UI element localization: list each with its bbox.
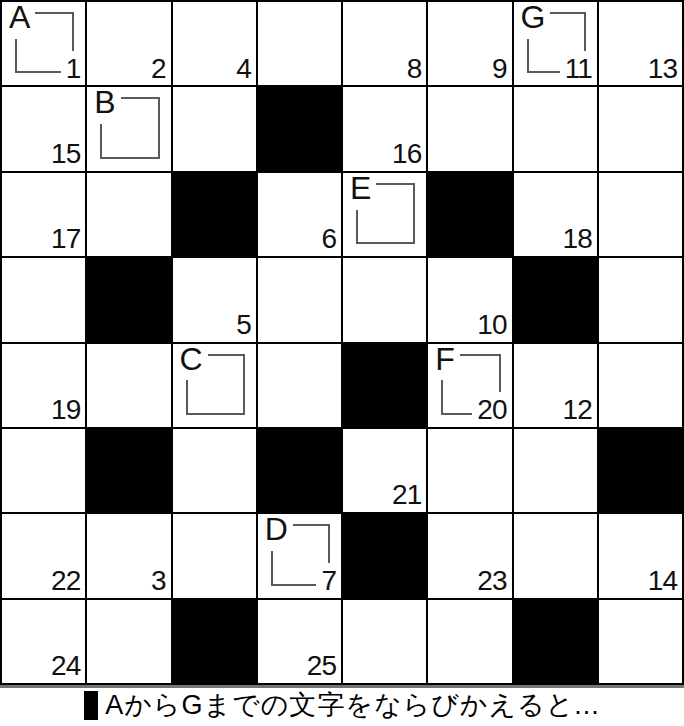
grid-cell-r7c4[interactable]: D7 [258, 514, 341, 597]
grid-cell-r2c2[interactable]: B [87, 87, 170, 170]
grid-cell-r1c4[interactable] [258, 2, 341, 85]
clue-number-22: 22 [51, 566, 80, 597]
black-cell-r7c5 [343, 514, 426, 597]
clue-number-5: 5 [236, 310, 251, 341]
grid-cell-r1c8[interactable]: 13 [599, 2, 682, 85]
grid-cell-r2c6[interactable] [428, 87, 511, 170]
grid-cell-r7c2[interactable]: 3 [87, 514, 170, 597]
clue-number-12: 12 [563, 395, 592, 426]
grid-cell-r8c5[interactable] [343, 600, 426, 683]
grid-cell-r6c3[interactable] [173, 429, 256, 512]
grid-cell-r1c7[interactable]: G11 [514, 2, 597, 85]
crossword-board: A12489G111315B16176E1851019CF201221223D7… [0, 0, 684, 688]
grid-cell-r5c8[interactable] [599, 344, 682, 427]
clue-number-14: 14 [648, 566, 677, 597]
black-cell-r3c3 [173, 173, 256, 256]
clue-number-20: 20 [472, 392, 506, 426]
grid-cell-r2c3[interactable] [173, 87, 256, 170]
grid-cell-r6c1[interactable] [2, 429, 85, 512]
black-cell-r4c2 [87, 258, 170, 341]
clue-number-8: 8 [407, 54, 422, 85]
clue-number-7: 7 [316, 563, 336, 597]
grid-cell-r6c7[interactable] [514, 429, 597, 512]
clue-number-6: 6 [321, 224, 336, 255]
grid-cell-r6c6[interactable] [428, 429, 511, 512]
clue-number-15: 15 [51, 139, 80, 170]
answer-letter-A: A [9, 2, 35, 39]
grid-cell-r2c5[interactable]: 16 [343, 87, 426, 170]
grid-cell-r7c6[interactable]: 23 [428, 514, 511, 597]
grid-cell-r1c5[interactable]: 8 [343, 2, 426, 85]
black-cell-r3c6 [428, 173, 511, 256]
clue-number-24: 24 [51, 651, 80, 682]
clue-number-19: 19 [51, 395, 80, 426]
grid-cell-r2c1[interactable]: 15 [2, 87, 85, 170]
grid-cell-r3c1[interactable]: 17 [2, 173, 85, 256]
grid-cell-r1c3[interactable]: 4 [173, 2, 256, 85]
grid-cell-r7c7[interactable] [514, 514, 597, 597]
grid-cell-r3c8[interactable] [599, 173, 682, 256]
clue-number-13: 13 [648, 54, 677, 85]
answer-letter-D: D [265, 514, 293, 551]
grid-cell-r3c5[interactable]: E [343, 173, 426, 256]
grid-cell-r4c5[interactable] [343, 258, 426, 341]
answer-letter-C: C [180, 344, 208, 381]
answer-letter-G: G [521, 2, 551, 39]
footer-hint-text: AからGまでの文字をならびかえると... [105, 692, 600, 719]
clue-number-9: 9 [492, 54, 507, 85]
grid-cell-r8c6[interactable] [428, 600, 511, 683]
answer-letter-E: E [350, 173, 376, 210]
black-cell-r8c3 [173, 600, 256, 683]
grid-cell-r6c5[interactable]: 21 [343, 429, 426, 512]
black-cell-r6c8 [599, 429, 682, 512]
grid-cell-r1c2[interactable]: 2 [87, 2, 170, 85]
grid-cell-r8c4[interactable]: 25 [258, 600, 341, 683]
grid-cell-r5c4[interactable] [258, 344, 341, 427]
answer-letter-F: F [435, 344, 460, 381]
grid-cell-r5c3[interactable]: C [173, 344, 256, 427]
grid-cell-r7c1[interactable]: 22 [2, 514, 85, 597]
grid-cell-r4c8[interactable] [599, 258, 682, 341]
grid-cell-r5c2[interactable] [87, 344, 170, 427]
grid-cell-r8c1[interactable]: 24 [2, 600, 85, 683]
clue-number-10: 10 [477, 310, 506, 341]
black-cell-r2c4 [258, 87, 341, 170]
clue-number-16: 16 [392, 139, 421, 170]
grid-cell-r3c2[interactable] [87, 173, 170, 256]
grid-cell-r4c4[interactable] [258, 258, 341, 341]
bullet-rectangle-icon [84, 691, 98, 720]
grid-cell-r5c6[interactable]: F20 [428, 344, 511, 427]
clue-number-18: 18 [563, 224, 592, 255]
black-cell-r8c7 [514, 600, 597, 683]
grid-cell-r1c1[interactable]: A1 [2, 2, 85, 85]
grid-cell-r4c3[interactable]: 5 [173, 258, 256, 341]
crossword-page: A12489G111315B16176E1851019CF201221223D7… [0, 0, 684, 726]
grid-cell-r5c7[interactable]: 12 [514, 344, 597, 427]
clue-number-2: 2 [151, 54, 166, 85]
answer-letter-B: B [94, 87, 120, 124]
clue-number-11: 11 [560, 51, 592, 85]
grid-cell-r8c2[interactable] [87, 600, 170, 683]
grid-cell-r7c8[interactable]: 14 [599, 514, 682, 597]
clue-number-21: 21 [392, 480, 421, 511]
black-cell-r6c4 [258, 429, 341, 512]
grid-cell-r4c6[interactable]: 10 [428, 258, 511, 341]
clue-number-23: 23 [477, 566, 506, 597]
grid-cell-r2c7[interactable] [514, 87, 597, 170]
grid-cell-r3c7[interactable]: 18 [514, 173, 597, 256]
black-cell-r5c5 [343, 344, 426, 427]
grid-cell-r8c8[interactable] [599, 600, 682, 683]
clue-number-17: 17 [51, 224, 80, 255]
grid-cell-r2c8[interactable] [599, 87, 682, 170]
black-cell-r4c7 [514, 258, 597, 341]
grid-cell-r7c3[interactable] [173, 514, 256, 597]
clue-number-25: 25 [307, 651, 336, 682]
black-cell-r6c2 [87, 429, 170, 512]
grid-cell-r1c6[interactable]: 9 [428, 2, 511, 85]
grid-cell-r5c1[interactable]: 19 [2, 344, 85, 427]
clue-number-3: 3 [151, 566, 166, 597]
clue-number-1: 1 [61, 51, 81, 85]
footer-hint: AからGまでの文字をならびかえると... [0, 688, 684, 723]
clue-number-4: 4 [236, 54, 251, 85]
grid-cell-r3c4[interactable]: 6 [258, 173, 341, 256]
grid-cell-r4c1[interactable] [2, 258, 85, 341]
